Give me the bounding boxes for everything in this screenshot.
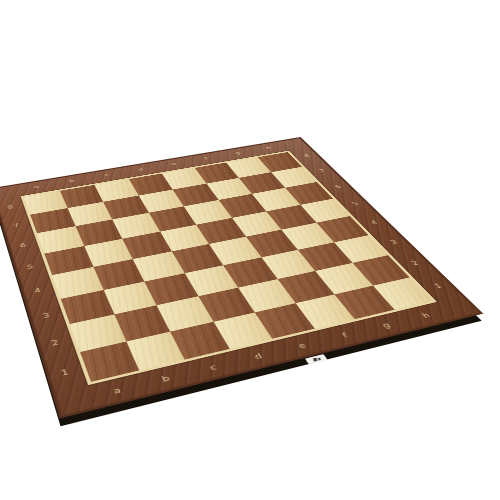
brand-mark-left: [313, 358, 317, 362]
brand-mark-right: [317, 357, 320, 360]
product-photo-background: abcdefgh abcdefgh 87654321 87654321: [0, 0, 500, 500]
board-inner-frame: [21, 151, 437, 386]
